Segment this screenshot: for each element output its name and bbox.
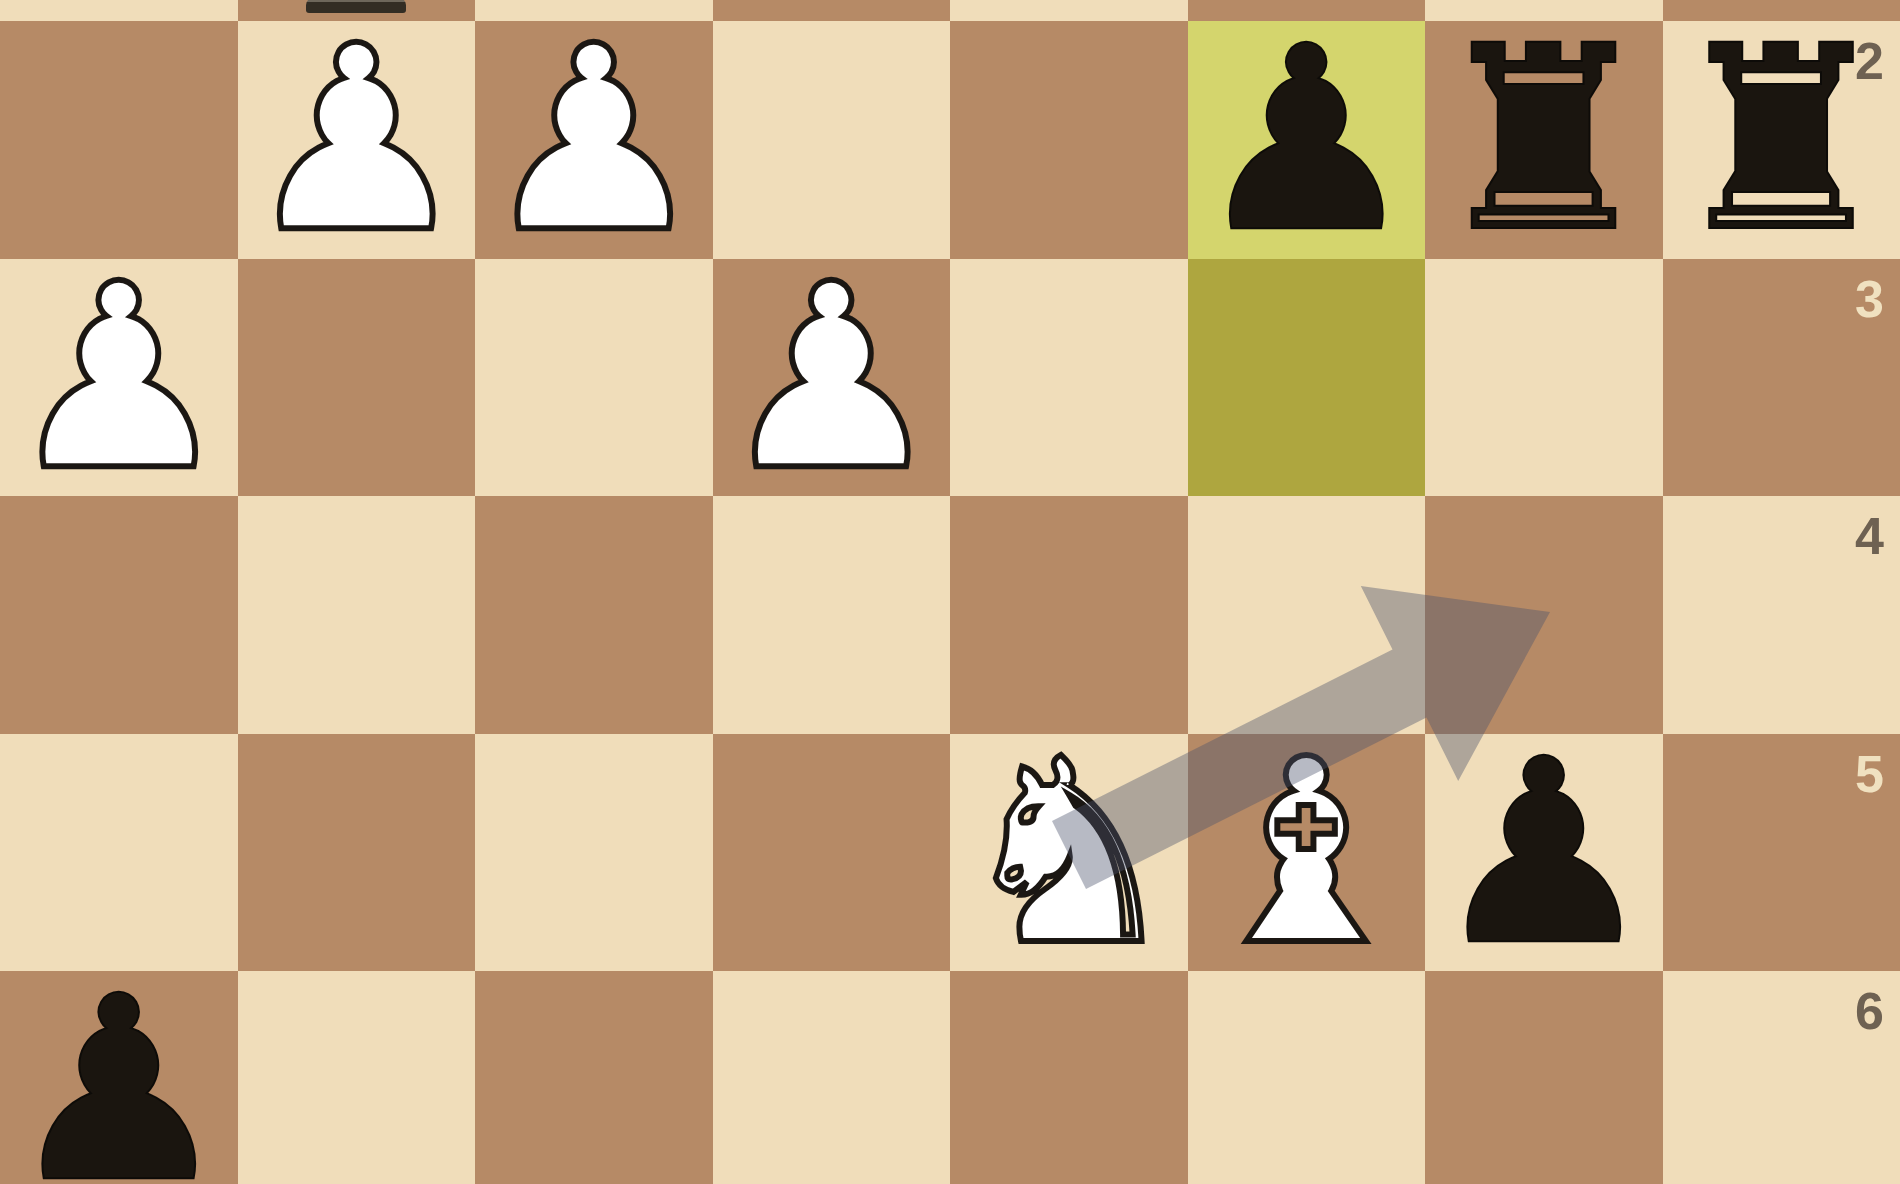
square-a4[interactable]: 4 — [1663, 496, 1900, 734]
square-f6[interactable] — [475, 971, 713, 1184]
square-g5[interactable] — [238, 734, 476, 972]
square-b3[interactable] — [1425, 259, 1663, 497]
black-pawn-c2[interactable]: ♟ — [1192, 12, 1421, 267]
square-a3[interactable]: 3 — [1663, 259, 1900, 497]
square-e3[interactable]: ♟ — [713, 259, 951, 497]
square-a6[interactable]: 6 — [1663, 971, 1900, 1184]
square-h5[interactable] — [0, 734, 238, 972]
square-d3[interactable] — [950, 259, 1188, 497]
square-g4[interactable] — [238, 496, 476, 734]
square-c2[interactable]: ♟ — [1188, 21, 1426, 259]
white-pawn-g2[interactable]: ♟ — [242, 12, 471, 267]
square-f2[interactable]: ♟ — [475, 21, 713, 259]
white-pawn-f2[interactable]: ♟ — [479, 12, 708, 267]
chess-board-viewport: ♟♟♟♜♜2♟♟34♞♝♟5♟6 — [0, 0, 1900, 1184]
square-h4[interactable] — [0, 496, 238, 734]
square-g3[interactable] — [238, 259, 476, 497]
square-f3[interactable] — [475, 259, 713, 497]
square-b5[interactable]: ♟ — [1425, 734, 1663, 972]
square-c6[interactable] — [1188, 971, 1426, 1184]
chess-board: ♟♟♟♜♜2♟♟34♞♝♟5♟6 — [0, 0, 1900, 1184]
square-f4[interactable] — [475, 496, 713, 734]
square-d2[interactable] — [950, 21, 1188, 259]
black-pawn-h6[interactable]: ♟ — [4, 962, 233, 1184]
rank-label-2: 2 — [1855, 35, 1884, 87]
square-e6[interactable] — [713, 971, 951, 1184]
rank-label-4: 4 — [1855, 510, 1884, 562]
square-e1[interactable] — [713, 0, 951, 21]
square-c3[interactable] — [1188, 259, 1426, 497]
square-b4[interactable] — [1425, 496, 1663, 734]
square-d6[interactable] — [950, 971, 1188, 1184]
rank-label-3: 3 — [1855, 273, 1884, 325]
rank-label-5: 5 — [1855, 748, 1884, 800]
square-h6[interactable]: ♟ — [0, 971, 238, 1184]
square-g2[interactable]: ♟ — [238, 21, 476, 259]
square-d1[interactable] — [950, 0, 1188, 21]
square-e5[interactable] — [713, 734, 951, 972]
square-c5[interactable]: ♝ — [1188, 734, 1426, 972]
square-f5[interactable] — [475, 734, 713, 972]
white-pawn-e3[interactable]: ♟ — [717, 250, 946, 505]
square-b2[interactable]: ♜ — [1425, 21, 1663, 259]
square-e2[interactable] — [713, 21, 951, 259]
square-h3[interactable]: ♟ — [0, 259, 238, 497]
rank-label-6: 6 — [1855, 985, 1884, 1037]
square-h2[interactable] — [0, 21, 238, 259]
square-c4[interactable] — [1188, 496, 1426, 734]
square-b6[interactable] — [1425, 971, 1663, 1184]
white-knight-d5[interactable]: ♞ — [954, 725, 1183, 980]
black-rook-b2[interactable]: ♜ — [1429, 12, 1658, 267]
black-pawn-b5[interactable]: ♟ — [1429, 725, 1658, 980]
white-bishop-c5[interactable]: ♝ — [1192, 725, 1421, 980]
square-d4[interactable] — [950, 496, 1188, 734]
square-e4[interactable] — [713, 496, 951, 734]
white-pawn-h3[interactable]: ♟ — [4, 250, 233, 505]
square-a2[interactable]: ♜2 — [1663, 21, 1900, 259]
square-d5[interactable]: ♞ — [950, 734, 1188, 972]
square-a5[interactable]: 5 — [1663, 734, 1900, 972]
square-g6[interactable] — [238, 971, 476, 1184]
square-h1[interactable] — [0, 0, 238, 21]
